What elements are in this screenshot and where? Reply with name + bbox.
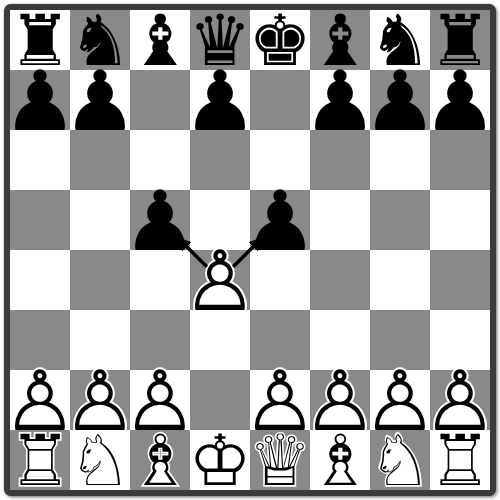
square-b1[interactable]: ♞♘ <box>70 430 130 490</box>
square-a5[interactable] <box>10 190 70 250</box>
white-bishop-c1[interactable]: ♝♗ <box>127 427 193 493</box>
white-knight-outline: ♘ <box>367 428 433 494</box>
square-h1[interactable]: ♜♖ <box>430 430 490 490</box>
black-pawn-glyph: ♟ <box>421 62 499 140</box>
white-bishop-outline: ♗ <box>127 428 193 494</box>
white-king-outline: ♔ <box>187 428 253 494</box>
square-a4[interactable] <box>10 250 70 310</box>
white-king-d1[interactable]: ♚♔ <box>187 427 253 493</box>
square-f6[interactable] <box>310 130 370 190</box>
white-knight-outline: ♘ <box>67 428 133 494</box>
board-grid: ♜♞♝♛♚♝♞♜♟♟♟♟♟♟♟♟♟♙♟♙♟♙♟♙♟♙♟♙♟♙♟♙♜♖♞♘♝♗♚♔… <box>10 10 490 490</box>
white-pawn-outline: ♙ <box>181 242 259 320</box>
square-e1[interactable]: ♛♕ <box>250 430 310 490</box>
chess-board: ♜♞♝♛♚♝♞♜♟♟♟♟♟♟♟♟♟♙♟♙♟♙♟♙♟♙♟♙♟♙♟♙♜♖♞♘♝♗♚♔… <box>4 4 496 496</box>
square-f1[interactable]: ♝♗ <box>310 430 370 490</box>
white-queen-outline: ♕ <box>247 428 313 494</box>
white-queen-e1[interactable]: ♛♕ <box>247 427 313 493</box>
white-bishop-outline: ♗ <box>307 428 373 494</box>
square-h4[interactable] <box>430 250 490 310</box>
square-g6[interactable] <box>370 130 430 190</box>
white-knight-g1[interactable]: ♞♘ <box>367 427 433 493</box>
square-g4[interactable] <box>370 250 430 310</box>
black-pawn-glyph: ♟ <box>181 62 259 140</box>
white-pawn-d4[interactable]: ♟♙ <box>181 241 259 319</box>
white-rook-outline: ♖ <box>427 428 493 494</box>
square-e4[interactable] <box>250 250 310 310</box>
square-b7[interactable]: ♟ <box>70 70 130 130</box>
black-pawn-b7[interactable]: ♟ <box>61 61 139 139</box>
square-g1[interactable]: ♞♘ <box>370 430 430 490</box>
square-f5[interactable] <box>310 190 370 250</box>
square-b4[interactable] <box>70 250 130 310</box>
square-c1[interactable]: ♝♗ <box>130 430 190 490</box>
white-rook-outline: ♖ <box>7 428 73 494</box>
square-d4[interactable]: ♟♙ <box>190 250 250 310</box>
square-f4[interactable] <box>310 250 370 310</box>
white-rook-h1[interactable]: ♜♖ <box>427 427 493 493</box>
square-g5[interactable] <box>370 190 430 250</box>
square-h7[interactable]: ♟ <box>430 70 490 130</box>
square-a1[interactable]: ♜♖ <box>10 430 70 490</box>
black-pawn-glyph: ♟ <box>61 62 139 140</box>
white-rook-a1[interactable]: ♜♖ <box>7 427 73 493</box>
square-d1[interactable]: ♚♔ <box>190 430 250 490</box>
square-a6[interactable] <box>10 130 70 190</box>
square-d7[interactable]: ♟ <box>190 70 250 130</box>
chess-diagram: ♜♞♝♛♚♝♞♜♟♟♟♟♟♟♟♟♟♙♟♙♟♙♟♙♟♙♟♙♟♙♟♙♜♖♞♘♝♗♚♔… <box>0 0 500 500</box>
square-h5[interactable] <box>430 190 490 250</box>
white-bishop-f1[interactable]: ♝♗ <box>307 427 373 493</box>
square-h6[interactable] <box>430 130 490 190</box>
white-knight-b1[interactable]: ♞♘ <box>67 427 133 493</box>
square-e5[interactable]: ♟ <box>250 190 310 250</box>
black-pawn-h7[interactable]: ♟ <box>421 61 499 139</box>
black-pawn-d7[interactable]: ♟ <box>181 61 259 139</box>
